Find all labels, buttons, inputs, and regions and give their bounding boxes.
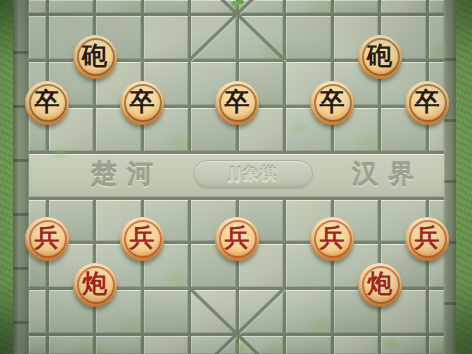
piece-black-soldier[interactable]: 卒 (25, 81, 69, 125)
piece-red-cannon[interactable]: 炮 (73, 263, 117, 307)
piece-black-soldier[interactable]: 卒 (405, 81, 449, 125)
game-screen: 楚河 JJ象棋 汉界 砲砲卒卒卒卒卒兵兵兵兵兵炮炮 (0, 0, 472, 354)
piece-character: 卒 (320, 80, 345, 124)
piece-red-soldier[interactable]: 兵 (215, 217, 259, 261)
piece-character: 卒 (130, 80, 155, 124)
piece-character: 兵 (35, 216, 60, 260)
xiangqi-board[interactable]: 楚河 JJ象棋 汉界 砲砲卒卒卒卒卒兵兵兵兵兵炮炮 (13, 0, 456, 354)
piece-character: 砲 (82, 34, 107, 78)
piece-character: 卒 (225, 80, 250, 124)
piece-red-soldier[interactable]: 兵 (120, 217, 164, 261)
piece-red-soldier[interactable]: 兵 (405, 217, 449, 261)
piece-character: 兵 (320, 216, 345, 260)
piece-character: 炮 (82, 262, 107, 306)
piece-character: 卒 (415, 80, 440, 124)
piece-character: 兵 (225, 216, 250, 260)
piece-character: 卒 (35, 80, 60, 124)
piece-character: 砲 (367, 34, 392, 78)
piece-character: 炮 (367, 262, 392, 306)
piece-black-soldier[interactable]: 卒 (120, 81, 164, 125)
piece-black-cannon[interactable]: 砲 (73, 35, 117, 79)
piece-red-cannon[interactable]: 炮 (358, 263, 402, 307)
piece-black-soldier[interactable]: 卒 (310, 81, 354, 125)
pieces-layer: 砲砲卒卒卒卒卒兵兵兵兵兵炮炮 (13, 0, 456, 354)
piece-black-soldier[interactable]: 卒 (215, 81, 259, 125)
piece-red-soldier[interactable]: 兵 (25, 217, 69, 261)
piece-character: 兵 (415, 216, 440, 260)
piece-red-soldier[interactable]: 兵 (310, 217, 354, 261)
piece-character: 兵 (130, 216, 155, 260)
piece-black-cannon[interactable]: 砲 (358, 35, 402, 79)
